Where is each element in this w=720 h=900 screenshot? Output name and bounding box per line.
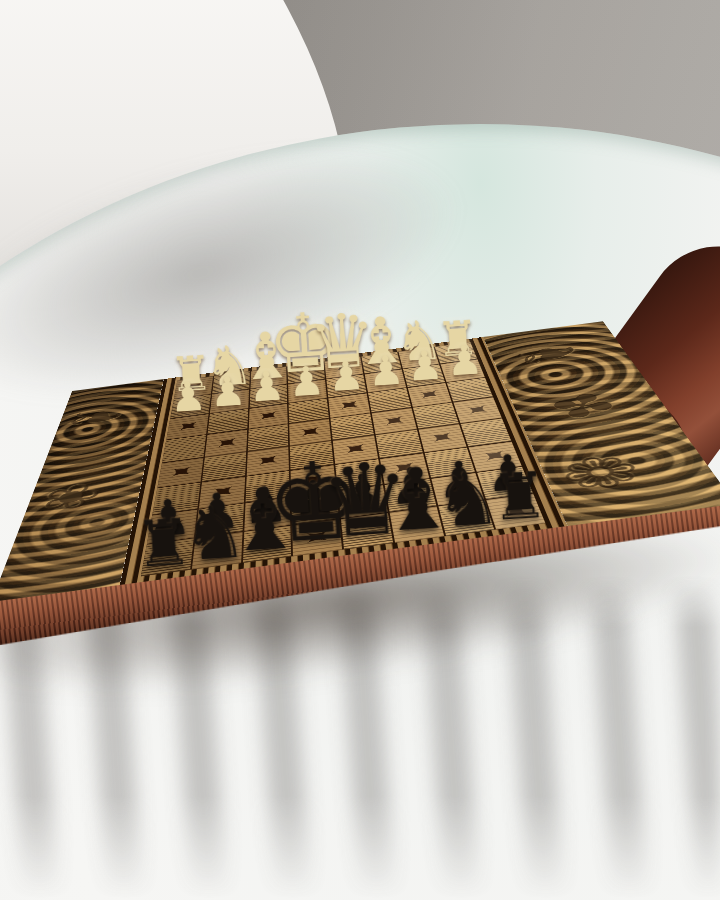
square-lighting [372, 408, 417, 434]
square-d8[interactable]: ♛ [341, 513, 393, 549]
piece-white-pawn-a2[interactable]: ♟ [446, 341, 484, 381]
square-b8[interactable]: ♞ [438, 500, 494, 536]
square-c4[interactable]: ✦ [372, 408, 417, 434]
carving-flourish-icon: ❧ [498, 335, 600, 375]
photo-scene: ❧ ❀ ✦♜♞✦♝♚✦♛♝✦♞♜♟✦♟♟✦♟♟✦♟♟✦♟✦✦✦✦✦✦✦✦✦✦✦✦… [0, 0, 720, 900]
piece-black-knight-g8[interactable]: ♞ [179, 496, 249, 570]
piece-white-pawn-g2[interactable]: ♟ [209, 372, 247, 412]
piece-white-pawn-f2[interactable]: ♟ [248, 367, 286, 407]
square-b4[interactable] [413, 403, 459, 429]
carving-flower-icon: ❁ [544, 446, 657, 499]
piece-black-queen-d8[interactable]: ♛ [319, 450, 413, 549]
square-f8[interactable]: ♝ [242, 526, 291, 563]
carved-chess-box: ❧ ❀ ✦♜♞✦♝♚✦♛♝✦♞♜♟✦♟♟✦♟♟✦♟♟✦♟✦✦✦✦✦✦✦✦✦✦✦✦… [0, 0, 720, 662]
piece-white-pawn-e2[interactable]: ♟ [288, 362, 326, 402]
square-g8[interactable]: ✦♞ [192, 532, 242, 569]
carving-cross-icon: ✤ [542, 390, 621, 424]
piece-white-pawn-d2[interactable]: ♟ [327, 357, 365, 397]
piece-black-knight-b8[interactable]: ♞ [433, 462, 503, 536]
carving-flower-icon: ❀ [35, 476, 109, 521]
piece-white-pawn-h2[interactable]: ♟ [169, 377, 207, 417]
piece-white-pawn-c2[interactable]: ♟ [367, 351, 405, 391]
carving-flourish-icon: ❧ [61, 399, 130, 436]
square-lighting [413, 403, 459, 429]
piece-white-pawn-b2[interactable]: ♟ [406, 346, 444, 386]
